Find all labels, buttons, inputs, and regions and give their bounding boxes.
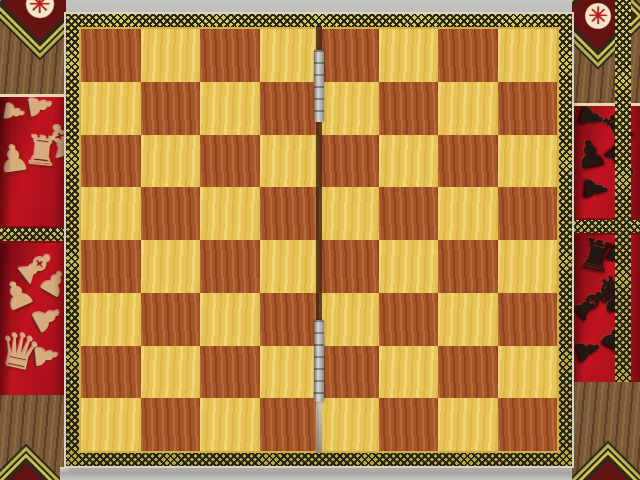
square-r2c5[interactable] <box>319 82 379 135</box>
square-r5c5[interactable] <box>319 240 379 293</box>
square-r8c7[interactable] <box>438 398 498 451</box>
square-r1c5[interactable] <box>319 29 379 82</box>
square-r2c4[interactable] <box>260 82 320 135</box>
square-r3c7[interactable] <box>438 135 498 188</box>
square-r4c7[interactable] <box>438 187 498 240</box>
star-icon: ✳ <box>0 475 54 480</box>
square-r4c1[interactable] <box>81 187 141 240</box>
square-r2c2[interactable] <box>141 82 201 135</box>
square-r1c6[interactable] <box>379 29 439 82</box>
tray-divider-left <box>0 226 66 243</box>
hinge-bottom <box>314 320 324 402</box>
hinge-top <box>314 50 324 122</box>
square-r4c5[interactable] <box>319 187 379 240</box>
square-r6c2[interactable] <box>141 293 201 346</box>
square-r5c3[interactable] <box>200 240 260 293</box>
square-r3c3[interactable] <box>200 135 260 188</box>
square-r8c3[interactable] <box>200 398 260 451</box>
square-r4c4[interactable] <box>260 187 320 240</box>
square-r7c8[interactable] <box>498 346 558 399</box>
tray-piece-pawn[interactable]: ♟ <box>0 139 33 179</box>
square-r2c3[interactable] <box>200 82 260 135</box>
chess-board <box>66 14 572 466</box>
square-r6c3[interactable] <box>200 293 260 346</box>
square-r6c7[interactable] <box>438 293 498 346</box>
square-r2c1[interactable] <box>81 82 141 135</box>
inlay-star-medallion: ✳ <box>0 0 66 46</box>
square-r5c2[interactable] <box>141 240 201 293</box>
square-r6c5[interactable] <box>319 293 379 346</box>
square-r7c7[interactable] <box>438 346 498 399</box>
square-r1c7[interactable] <box>438 29 498 82</box>
square-r2c8[interactable] <box>498 82 558 135</box>
square-r1c1[interactable] <box>81 29 141 82</box>
tray-piece-pawn[interactable]: ♟ <box>0 98 28 125</box>
square-r7c3[interactable] <box>200 346 260 399</box>
square-r5c6[interactable] <box>379 240 439 293</box>
tray-piece-pawn[interactable]: ♟ <box>572 333 606 368</box>
star-icon: ✳ <box>580 472 636 480</box>
square-r4c8[interactable] <box>498 187 558 240</box>
square-r8c4[interactable] <box>260 398 320 451</box>
square-r2c6[interactable] <box>379 82 439 135</box>
square-r5c4[interactable] <box>260 240 320 293</box>
square-r3c8[interactable] <box>498 135 558 188</box>
square-r7c2[interactable] <box>141 346 201 399</box>
square-r1c3[interactable] <box>200 29 260 82</box>
square-r1c4[interactable] <box>260 29 320 82</box>
square-r5c8[interactable] <box>498 240 558 293</box>
table-edge-band <box>60 467 572 480</box>
tray-piece-pawn[interactable]: ♟ <box>29 341 62 371</box>
square-r6c6[interactable] <box>379 293 439 346</box>
square-r3c5[interactable] <box>319 135 379 188</box>
star-icon: ✳ <box>14 0 66 30</box>
square-r3c2[interactable] <box>141 135 201 188</box>
square-r4c6[interactable] <box>379 187 439 240</box>
tray-piece-pawn[interactable]: ♟ <box>579 174 611 203</box>
square-r3c1[interactable] <box>81 135 141 188</box>
piece-tray-left-lower: ♝♟♟♟♛♟ <box>0 243 66 395</box>
square-r6c1[interactable] <box>81 293 141 346</box>
box-corner-panel-top-left: ✳ <box>0 0 66 97</box>
square-r1c8[interactable] <box>498 29 558 82</box>
square-r3c6[interactable] <box>379 135 439 188</box>
square-r2c7[interactable] <box>438 82 498 135</box>
square-r3c4[interactable] <box>260 135 320 188</box>
square-r4c3[interactable] <box>200 187 260 240</box>
square-r4c2[interactable] <box>141 187 201 240</box>
square-r7c6[interactable] <box>379 346 439 399</box>
piece-tray-left-upper: ♟♟♜♟♝ <box>0 97 66 226</box>
square-r5c1[interactable] <box>81 240 141 293</box>
square-r6c4[interactable] <box>260 293 320 346</box>
square-r8c2[interactable] <box>141 398 201 451</box>
square-r5c7[interactable] <box>438 240 498 293</box>
inlay-star-medallion: ✳ <box>572 455 640 480</box>
square-r7c4[interactable] <box>260 346 320 399</box>
square-r8c1[interactable] <box>81 398 141 451</box>
square-r6c8[interactable] <box>498 293 558 346</box>
inlay-star-medallion: ✳ <box>0 458 66 480</box>
square-r7c1[interactable] <box>81 346 141 399</box>
chess-box-photo: ✳ ✳ ✳ ✳ ♟♟♜♟♝ ♝♟♟♟♛♟ ♟♜♝♟♟ ♜♟♞♝♟♟ <box>0 0 640 480</box>
square-r8c5[interactable] <box>319 398 379 451</box>
square-r1c2[interactable] <box>141 29 201 82</box>
square-r8c6[interactable] <box>379 398 439 451</box>
tray-piece-pawn[interactable]: ♟ <box>572 133 610 175</box>
box-corner-panel-bottom-left: ✳ <box>0 395 66 480</box>
box-corner-panel-bottom-right: ✳ <box>572 382 640 480</box>
box-edge-inlay-strip <box>615 0 631 382</box>
square-r7c5[interactable] <box>319 346 379 399</box>
square-r8c8[interactable] <box>498 398 558 451</box>
